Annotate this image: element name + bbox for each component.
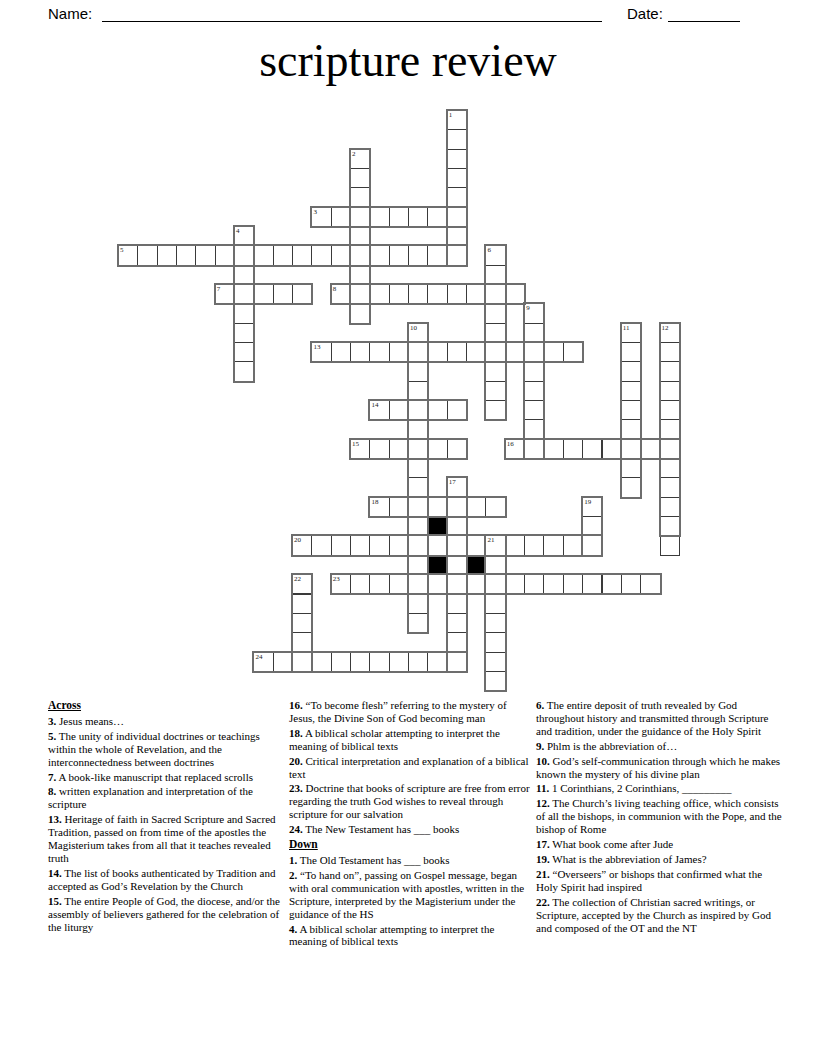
clue-across-24: 24. The New Testament has ___ books <box>289 823 531 836</box>
grid-cell[interactable] <box>292 632 312 652</box>
clue-down-17: 17. What book come after Jude <box>536 838 784 851</box>
grid-cell[interactable] <box>350 574 370 594</box>
grid-cell[interactable] <box>311 535 331 555</box>
grid-cell[interactable] <box>389 284 409 304</box>
grid-cell[interactable] <box>447 555 467 575</box>
grid-cell[interactable] <box>505 342 525 362</box>
grid-cell[interactable] <box>408 613 428 633</box>
clue-number: 22. <box>536 896 550 908</box>
clue-text: 1 Corinthians, 2 Corinthians, _________ <box>549 782 731 794</box>
clue-down-22: 22. The collection of Christian sacred w… <box>536 896 784 935</box>
clue-number: 5. <box>48 730 56 742</box>
clue-number: 14. <box>48 867 62 879</box>
grid-cell[interactable] <box>427 207 447 227</box>
grid-cell[interactable] <box>408 516 428 536</box>
grid-cell[interactable] <box>447 400 467 420</box>
clue-text: What is the abbreviation of James? <box>550 853 707 865</box>
clue-down-6: 6. The entire deposit of truth revealed … <box>536 699 784 738</box>
grid-cell[interactable] <box>137 245 157 265</box>
grid-cell[interactable] <box>524 323 544 343</box>
clue-text: Phlm is the abbreviation of… <box>544 740 677 752</box>
grid-cell[interactable] <box>485 613 505 633</box>
clues-header-down: Down <box>289 838 531 851</box>
grid-cell[interactable] <box>408 323 428 343</box>
grid-cell[interactable] <box>447 516 467 536</box>
grid-cell[interactable] <box>292 652 312 672</box>
grid-cell[interactable] <box>118 245 138 265</box>
grid-cell[interactable] <box>466 497 486 517</box>
grid-cell[interactable] <box>234 284 254 304</box>
grid-cell[interactable] <box>350 149 370 169</box>
clue-number: 3. <box>48 715 56 727</box>
grid-cell[interactable] <box>369 439 389 459</box>
grid-cell[interactable] <box>485 361 505 381</box>
grid-cell[interactable] <box>621 342 641 362</box>
grid-cell[interactable] <box>408 400 428 420</box>
grid-cell[interactable] <box>195 245 215 265</box>
grid-cell[interactable] <box>621 477 641 497</box>
grid-cell[interactable] <box>524 535 544 555</box>
grid-cell[interactable] <box>350 342 370 362</box>
clue-across-8: 8. written explanation and interpretatio… <box>48 785 286 811</box>
clue-across-20: 20. Critical interpretation and explanat… <box>289 755 531 781</box>
grid-cell[interactable] <box>563 439 583 459</box>
grid-cell[interactable] <box>505 574 525 594</box>
grid-cell[interactable] <box>253 245 273 265</box>
clue-down-19: 19. What is the abbreviation of James? <box>536 853 784 866</box>
grid-cell[interactable] <box>408 342 428 362</box>
grid-cell[interactable] <box>447 652 467 672</box>
grid-cell[interactable] <box>602 574 622 594</box>
grid-cell[interactable] <box>485 594 505 614</box>
grid-cell[interactable] <box>350 284 370 304</box>
grid-cell[interactable] <box>427 652 447 672</box>
grid-cell[interactable] <box>524 419 544 439</box>
grid-cell[interactable] <box>331 207 351 227</box>
grid-cell[interactable] <box>350 168 370 188</box>
clue-number: 7. <box>48 771 56 783</box>
grid-cell[interactable] <box>408 419 428 439</box>
clue-across-5: 5. The unity of individual doctrines or … <box>48 730 286 769</box>
grid-cell[interactable] <box>389 245 409 265</box>
grid-cell[interactable] <box>660 439 680 459</box>
clue-number: 20. <box>289 755 303 767</box>
clue-down-9: 9. Phlm is the abbreviation of… <box>536 740 784 753</box>
grid-cell[interactable] <box>447 149 467 169</box>
grid-cell[interactable] <box>427 574 447 594</box>
grid-cell[interactable] <box>331 574 351 594</box>
grid-cell[interactable] <box>524 303 544 323</box>
grid-cell[interactable] <box>447 574 467 594</box>
grid-cell[interactable] <box>660 342 680 362</box>
grid-cell[interactable] <box>369 400 389 420</box>
grid-cell[interactable] <box>602 439 622 459</box>
grid-cell[interactable] <box>505 535 525 555</box>
grid-cell[interactable] <box>311 342 331 362</box>
grid-cell[interactable] <box>660 477 680 497</box>
grid-cell[interactable] <box>543 574 563 594</box>
clue-across-18: 18. A biblical scholar attempting to int… <box>289 727 531 753</box>
grid-cell[interactable] <box>485 381 505 401</box>
grid-cell[interactable] <box>408 497 428 517</box>
grid-cell[interactable] <box>234 303 254 323</box>
grid-cell[interactable] <box>582 516 602 536</box>
grid-cell[interactable] <box>447 110 467 130</box>
clue-down-11: 11. 1 Corinthians, 2 Corinthians, ______… <box>536 782 784 795</box>
grid-cell[interactable] <box>408 284 428 304</box>
grid-cell[interactable] <box>253 284 273 304</box>
clue-number: 19. <box>536 853 550 865</box>
grid-cell[interactable] <box>331 284 351 304</box>
worksheet-page: Name: Date: scripture review 35781314151… <box>0 0 816 1056</box>
date-label: Date: <box>627 5 663 22</box>
grid-cell[interactable] <box>466 535 486 555</box>
grid-cell[interactable] <box>485 323 505 343</box>
grid-cell[interactable] <box>543 342 563 362</box>
clue-number: 24. <box>289 823 303 835</box>
clue-number: 4. <box>289 923 297 935</box>
clue-number: 2. <box>289 869 297 881</box>
grid-cell[interactable] <box>292 574 312 594</box>
clue-across-16: 16. “To become flesh” referring to the m… <box>289 699 531 725</box>
grid-cell[interactable] <box>389 652 409 672</box>
grid-cell[interactable] <box>660 458 680 478</box>
grid-cell[interactable] <box>660 361 680 381</box>
clue-text: A biblical scholar attempting to interpr… <box>289 923 494 948</box>
clue-text: Critical interpretation and explanation … <box>289 755 528 780</box>
grid-cell[interactable] <box>485 342 505 362</box>
grid-cell[interactable] <box>350 245 370 265</box>
clue-across-7: 7. A book-like manuscript that replaced … <box>48 771 286 784</box>
clue-across-3: 3. Jesus means… <box>48 715 286 728</box>
grid-cell[interactable] <box>524 400 544 420</box>
clue-number: 15. <box>48 895 62 907</box>
grid-cell[interactable] <box>640 439 660 459</box>
grid-cell[interactable] <box>389 439 409 459</box>
clue-text: The New Testament has ___ books <box>303 823 459 835</box>
grid-cell[interactable] <box>331 245 351 265</box>
grid-cell[interactable] <box>427 342 447 362</box>
grid-cell[interactable] <box>485 652 505 672</box>
grid-cell[interactable] <box>350 439 370 459</box>
grid-cell[interactable] <box>485 535 505 555</box>
clue-text: A biblical scholar attempting to interpr… <box>289 727 500 752</box>
clue-text: “To become flesh” referring to the myste… <box>289 699 507 724</box>
grid-cell[interactable] <box>660 497 680 517</box>
grid-cell[interactable] <box>447 245 467 265</box>
grid-cell[interactable] <box>582 535 602 555</box>
grid-cell[interactable] <box>389 535 409 555</box>
grid-cell[interactable] <box>466 342 486 362</box>
clue-down-1: 1. The Old Testament has ___ books <box>289 854 531 867</box>
grid-cell[interactable] <box>466 574 486 594</box>
date-fill-line[interactable] <box>668 20 740 22</box>
clue-number: 17. <box>536 838 550 850</box>
grid-cell[interactable] <box>485 671 505 691</box>
clue-across-13: 13. Heritage of faith in Sacred Scriptur… <box>48 813 286 865</box>
clue-number: 23. <box>289 782 303 794</box>
grid-cell[interactable] <box>427 400 447 420</box>
grid-cell[interactable] <box>273 245 293 265</box>
clues-header-across: Across <box>48 699 286 712</box>
grid-cell[interactable] <box>485 632 505 652</box>
clue-across-14: 14. The list of books authenticated by T… <box>48 867 286 893</box>
clue-number: 16. <box>289 699 303 711</box>
grid-cell[interactable] <box>389 497 409 517</box>
grid-cell[interactable] <box>485 303 505 323</box>
clue-number: 18. <box>289 727 303 739</box>
grid-cell[interactable] <box>621 574 641 594</box>
grid-cell[interactable] <box>234 361 254 381</box>
grid-cell[interactable] <box>524 439 544 459</box>
grid-cell[interactable] <box>369 207 389 227</box>
grid-cell[interactable] <box>447 187 467 207</box>
clue-column-middle: 16. “To become flesh” referring to the m… <box>289 699 531 950</box>
grid-cell[interactable] <box>408 574 428 594</box>
grid-cell[interactable] <box>408 652 428 672</box>
grid-cell[interactable] <box>447 284 467 304</box>
grid-cell[interactable] <box>408 535 428 555</box>
grid-cell[interactable] <box>369 497 389 517</box>
grid-cell[interactable] <box>176 245 196 265</box>
grid-cell[interactable] <box>389 207 409 227</box>
grid-cell[interactable] <box>582 497 602 517</box>
grid-cell[interactable] <box>350 207 370 227</box>
grid-cell[interactable] <box>660 381 680 401</box>
blocked-cell <box>466 555 486 575</box>
clue-down-21: 21. “Overseers” or bishops that confirme… <box>536 868 784 894</box>
grid-cell[interactable] <box>621 458 641 478</box>
grid-cell[interactable] <box>408 361 428 381</box>
grid-cell[interactable] <box>563 574 583 594</box>
grid-cell[interactable] <box>447 129 467 149</box>
grid-cell[interactable] <box>485 245 505 265</box>
grid-cell[interactable] <box>350 187 370 207</box>
grid-cell[interactable] <box>621 323 641 343</box>
clue-down-2: 2. “To hand on”, passing on Gospel messa… <box>289 869 531 921</box>
grid-cell[interactable] <box>389 574 409 594</box>
grid-cell[interactable] <box>408 458 428 478</box>
grid-cell[interactable] <box>350 265 370 285</box>
clue-text: “To hand on”, passing on Gospel message,… <box>289 869 524 920</box>
grid-cell[interactable] <box>234 342 254 362</box>
grid-cell[interactable] <box>253 652 273 672</box>
grid-cell[interactable] <box>621 419 641 439</box>
grid-cell[interactable] <box>369 535 389 555</box>
clue-number: 12. <box>536 797 550 809</box>
grid-cell[interactable] <box>311 245 331 265</box>
grid-cell[interactable] <box>505 439 525 459</box>
grid-cell[interactable] <box>369 342 389 362</box>
blocked-cell <box>427 555 447 575</box>
grid-cell[interactable] <box>234 323 254 343</box>
grid-cell[interactable] <box>311 652 331 672</box>
clue-text: Jesus means… <box>56 715 124 727</box>
clue-number: 1. <box>289 854 297 866</box>
clue-text: God’s self-communication through which h… <box>536 755 780 780</box>
clue-text: Heritage of faith in Sacred Scripture an… <box>48 813 276 864</box>
grid-cell[interactable] <box>292 594 312 614</box>
grid-cell[interactable] <box>543 535 563 555</box>
grid-cell[interactable] <box>292 284 312 304</box>
grid-cell[interactable] <box>427 439 447 459</box>
grid-cell[interactable] <box>427 535 447 555</box>
blocked-cell <box>427 516 447 536</box>
grid-cell[interactable] <box>408 207 428 227</box>
clue-text: written explanation and interpretation o… <box>48 785 253 810</box>
clue-text: The collection of Christian sacred writi… <box>536 896 771 934</box>
clue-down-4: 4. A biblical scholar attempting to inte… <box>289 923 531 949</box>
grid-cell[interactable] <box>582 574 602 594</box>
grid-cell[interactable] <box>447 497 467 517</box>
grid-cell[interactable] <box>389 400 409 420</box>
grid-cell[interactable] <box>485 574 505 594</box>
clue-text: What book come after Jude <box>550 838 674 850</box>
grid-cell[interactable] <box>331 342 351 362</box>
grid-cell[interactable] <box>447 439 467 459</box>
grid-cell[interactable] <box>215 245 235 265</box>
grid-cell[interactable] <box>369 652 389 672</box>
grid-cell[interactable] <box>234 265 254 285</box>
grid-cell[interactable] <box>660 535 680 555</box>
clue-number: 11. <box>536 782 549 794</box>
grid-cell[interactable] <box>485 555 505 575</box>
clue-text: Doctrine that books of scripture are fre… <box>289 782 530 820</box>
grid-cell[interactable] <box>369 574 389 594</box>
grid-cell[interactable] <box>369 245 389 265</box>
grid-cell[interactable] <box>369 284 389 304</box>
clue-text: The entire People of God, the diocese, a… <box>48 895 280 933</box>
grid-cell[interactable] <box>447 207 467 227</box>
clue-number: 21. <box>536 868 550 880</box>
grid-cell[interactable] <box>447 535 467 555</box>
grid-cell[interactable] <box>350 652 370 672</box>
grid-cell[interactable] <box>660 323 680 343</box>
name-label: Name: <box>48 5 92 22</box>
grid-cell[interactable] <box>292 245 312 265</box>
grid-cell[interactable] <box>292 613 312 633</box>
clue-down-10: 10. God’s self-communication through whi… <box>536 755 784 781</box>
grid-cell[interactable] <box>485 284 505 304</box>
grid-cell[interactable] <box>408 477 428 497</box>
grid-cell[interactable] <box>215 284 235 304</box>
grid-cell[interactable] <box>389 342 409 362</box>
grid-cell[interactable] <box>543 439 563 459</box>
grid-cell[interactable] <box>427 245 447 265</box>
grid-cell[interactable] <box>621 361 641 381</box>
grid-cell[interactable] <box>485 497 505 517</box>
grid-cell[interactable] <box>563 535 583 555</box>
clue-number: 8. <box>48 785 56 797</box>
clue-text: A book-like manuscript that replaced scr… <box>56 771 253 783</box>
grid-cell[interactable] <box>524 361 544 381</box>
grid-cell[interactable] <box>447 342 467 362</box>
grid-cell[interactable] <box>466 284 486 304</box>
clue-number: 10. <box>536 755 550 767</box>
clue-text: The Church’s living teaching office, whi… <box>536 797 782 835</box>
grid-cell[interactable] <box>660 400 680 420</box>
name-fill-line[interactable] <box>102 20 602 22</box>
grid-cell[interactable] <box>273 652 293 672</box>
grid-cell[interactable] <box>621 381 641 401</box>
grid-cell[interactable] <box>350 535 370 555</box>
grid-cell[interactable] <box>660 516 680 536</box>
grid-cell[interactable] <box>331 652 351 672</box>
grid-cell[interactable] <box>563 342 583 362</box>
clue-across-23: 23. Doctrine that books of scripture are… <box>289 782 531 821</box>
grid-cell[interactable] <box>350 226 370 246</box>
clue-text: The unity of individual doctrines or tea… <box>48 730 260 768</box>
grid-cell[interactable] <box>331 535 351 555</box>
grid-cell[interactable] <box>621 400 641 420</box>
grid-cell[interactable] <box>485 400 505 420</box>
clue-number: 6. <box>536 699 544 711</box>
grid-cell[interactable] <box>485 265 505 285</box>
grid-cell[interactable] <box>505 284 525 304</box>
grid-cell[interactable] <box>408 555 428 575</box>
clue-column-left: Across3. Jesus means…5. The unity of ind… <box>48 699 286 935</box>
clue-number: 13. <box>48 813 62 825</box>
clue-text: The entire deposit of truth revealed by … <box>536 699 769 737</box>
clue-text: “Overseers” or bishops that confirmed wh… <box>536 868 762 893</box>
clue-across-15: 15. The entire People of God, the dioces… <box>48 895 286 934</box>
grid-cell[interactable] <box>234 245 254 265</box>
clue-text: The list of books authenticated by Tradi… <box>48 867 275 892</box>
grid-cell[interactable] <box>292 535 312 555</box>
grid-cell[interactable] <box>447 613 467 633</box>
grid-cell[interactable] <box>157 245 177 265</box>
grid-cell[interactable] <box>640 574 660 594</box>
grid-cell[interactable] <box>447 594 467 614</box>
page-title: scripture review <box>0 34 816 87</box>
grid-cell[interactable] <box>408 594 428 614</box>
grid-cell[interactable] <box>524 574 544 594</box>
grid-cell[interactable] <box>408 439 428 459</box>
grid-cell[interactable] <box>427 284 447 304</box>
grid-cell[interactable] <box>447 632 467 652</box>
grid-cell[interactable] <box>447 477 467 497</box>
grid-cell[interactable] <box>350 303 370 323</box>
grid-cell[interactable] <box>621 439 641 459</box>
grid-cell[interactable] <box>660 419 680 439</box>
grid-cell[interactable] <box>524 381 544 401</box>
grid-cell[interactable] <box>447 168 467 188</box>
grid-cell[interactable] <box>427 497 447 517</box>
clue-column-right: 6. The entire deposit of truth revealed … <box>536 699 784 936</box>
grid-cell[interactable] <box>311 207 331 227</box>
grid-cell[interactable] <box>273 284 293 304</box>
grid-cell[interactable] <box>408 381 428 401</box>
grid-cell[interactable] <box>582 439 602 459</box>
crossword-grid: 357813141516182023241246910111217192122 <box>118 110 679 690</box>
clue-number: 9. <box>536 740 544 752</box>
grid-cell[interactable] <box>234 226 254 246</box>
grid-cell[interactable] <box>447 226 467 246</box>
grid-cell[interactable] <box>408 245 428 265</box>
clue-text: The Old Testament has ___ books <box>297 854 449 866</box>
grid-cell[interactable] <box>524 342 544 362</box>
clue-down-12: 12. The Church’s living teaching office,… <box>536 797 784 836</box>
